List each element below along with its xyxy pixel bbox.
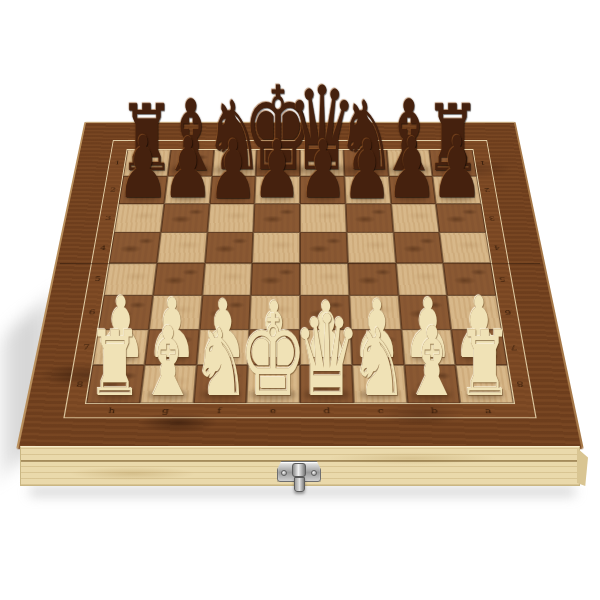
frame-corner	[514, 403, 536, 417]
square	[253, 204, 300, 233]
file-label: b	[386, 141, 430, 150]
file-label: c	[343, 141, 387, 150]
square	[153, 263, 205, 295]
square	[92, 329, 148, 365]
square	[300, 329, 352, 365]
square	[388, 176, 436, 204]
file-label: a	[460, 403, 516, 417]
file-label: d	[300, 403, 354, 417]
screw-icon	[311, 470, 317, 476]
square	[167, 150, 213, 176]
square	[300, 232, 348, 263]
square	[352, 365, 407, 403]
square	[347, 232, 396, 263]
square	[119, 176, 168, 204]
frame-corner	[471, 141, 488, 150]
square	[250, 295, 300, 329]
clasp-barrel	[292, 463, 306, 477]
square	[396, 263, 448, 295]
file-label: e	[257, 141, 300, 150]
square	[199, 295, 251, 329]
rank-label: 2	[477, 176, 498, 204]
square	[104, 263, 157, 295]
square	[404, 365, 461, 403]
frame-corner	[65, 403, 87, 417]
file-label: g	[138, 403, 193, 417]
square	[114, 204, 164, 233]
file-label: h	[127, 141, 171, 150]
square	[350, 329, 403, 365]
file-label: f	[192, 403, 247, 417]
square	[349, 295, 401, 329]
product-photo: hgfedcba1122334455667788hgfedcba ♜♝♞♚♛♞♝…	[0, 0, 600, 600]
square	[109, 232, 160, 263]
square	[209, 176, 255, 204]
square	[456, 365, 514, 403]
square	[345, 204, 393, 233]
square	[429, 150, 476, 176]
square	[196, 329, 249, 365]
square	[300, 176, 345, 204]
square	[164, 176, 212, 204]
square	[348, 263, 398, 295]
rank-label: 3	[481, 204, 502, 233]
square	[193, 365, 248, 403]
pine-right-side	[577, 448, 588, 486]
square	[86, 365, 144, 403]
square	[256, 150, 300, 176]
square	[300, 295, 350, 329]
square	[247, 365, 300, 403]
square	[386, 150, 432, 176]
square	[157, 232, 207, 263]
file-label: a	[428, 141, 472, 150]
clasp	[277, 461, 321, 501]
square	[300, 263, 349, 295]
file-label: f	[214, 141, 258, 150]
square	[344, 176, 390, 204]
square	[447, 295, 502, 329]
square	[144, 329, 199, 365]
screw-icon	[281, 470, 287, 476]
file-label: d	[300, 141, 343, 150]
square	[300, 150, 344, 176]
square	[255, 176, 300, 204]
square	[160, 204, 209, 233]
coordinate-grid: hgfedcba1122334455667788hgfedcba	[63, 140, 536, 418]
square	[251, 263, 300, 295]
square	[440, 232, 491, 263]
rank-label: 1	[473, 150, 493, 176]
file-label: h	[84, 403, 140, 417]
square	[98, 295, 153, 329]
square	[252, 232, 300, 263]
square	[212, 150, 257, 176]
frame-corner	[112, 141, 129, 150]
square	[149, 295, 202, 329]
square	[300, 365, 353, 403]
square	[443, 263, 496, 295]
square	[248, 329, 300, 365]
clasp-hook-icon	[294, 477, 305, 492]
square	[393, 232, 443, 263]
square	[300, 204, 347, 233]
square	[451, 329, 507, 365]
chessboard: hgfedcba1122334455667788hgfedcba	[16, 122, 584, 450]
file-label: c	[353, 403, 408, 417]
square	[398, 295, 451, 329]
file-label: g	[171, 141, 215, 150]
square	[401, 329, 456, 365]
rank-label: 4	[486, 232, 508, 263]
fold-seam	[60, 263, 541, 264]
square	[207, 204, 255, 233]
square	[202, 263, 252, 295]
square	[205, 232, 254, 263]
square	[433, 176, 482, 204]
square	[123, 150, 170, 176]
square	[436, 204, 486, 233]
square	[343, 150, 388, 176]
square	[140, 365, 197, 403]
file-label: b	[407, 403, 462, 417]
square	[391, 204, 440, 233]
walnut-frame: hgfedcba1122334455667788hgfedcba	[19, 123, 581, 448]
file-label: e	[246, 403, 300, 417]
